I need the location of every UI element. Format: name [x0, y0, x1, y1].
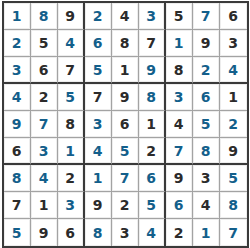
sudoku-cell-r7c6[interactable]: 6	[139, 165, 166, 192]
sudoku-cell-r3c1[interactable]: 3	[4, 57, 31, 84]
sudoku-cell-r8c7[interactable]: 6	[166, 192, 193, 219]
sudoku-cell-r4c5[interactable]: 9	[112, 84, 139, 111]
sudoku-cell-r9c3[interactable]: 6	[58, 219, 85, 246]
sudoku-cell-r8c1[interactable]: 7	[4, 192, 31, 219]
sudoku-cell-r8c9[interactable]: 8	[220, 192, 247, 219]
sudoku-cell-r7c7[interactable]: 9	[166, 165, 193, 192]
sudoku-cell-r6c8[interactable]: 8	[193, 138, 220, 165]
sudoku-cell-r6c7[interactable]: 7	[166, 138, 193, 165]
sudoku-cell-r8c8[interactable]: 4	[193, 192, 220, 219]
sudoku-cell-r6c6[interactable]: 2	[139, 138, 166, 165]
sudoku-cell-r7c1[interactable]: 8	[4, 165, 31, 192]
sudoku-cell-r6c3[interactable]: 1	[58, 138, 85, 165]
sudoku-cell-r4c1[interactable]: 4	[4, 84, 31, 111]
sudoku-cell-r6c4[interactable]: 4	[85, 138, 112, 165]
sudoku-cell-r1c3[interactable]: 9	[58, 3, 85, 30]
sudoku-cell-r7c5[interactable]: 7	[112, 165, 139, 192]
sudoku-cell-r2c2[interactable]: 5	[31, 30, 58, 57]
sudoku-cell-r7c2[interactable]: 4	[31, 165, 58, 192]
sudoku-cell-r3c4[interactable]: 5	[85, 57, 112, 84]
sudoku-cell-r1c8[interactable]: 7	[193, 3, 220, 30]
sudoku-cell-r4c7[interactable]: 3	[166, 84, 193, 111]
sudoku-cell-r2c9[interactable]: 3	[220, 30, 247, 57]
sudoku-cell-r9c1[interactable]: 5	[4, 219, 31, 246]
sudoku-cell-r7c9[interactable]: 5	[220, 165, 247, 192]
sudoku-cell-r4c2[interactable]: 2	[31, 84, 58, 111]
sudoku-cell-r2c5[interactable]: 8	[112, 30, 139, 57]
sudoku-page: 1892435762546871933675198244257983619783…	[0, 0, 250, 248]
sudoku-cell-r5c7[interactable]: 4	[166, 111, 193, 138]
sudoku-cell-r5c9[interactable]: 2	[220, 111, 247, 138]
sudoku-board: 1892435762546871933675198244257983619783…	[2, 1, 249, 248]
sudoku-cell-r2c7[interactable]: 1	[166, 30, 193, 57]
sudoku-cell-r5c6[interactable]: 1	[139, 111, 166, 138]
sudoku-cell-r1c6[interactable]: 3	[139, 3, 166, 30]
sudoku-cell-r4c6[interactable]: 8	[139, 84, 166, 111]
sudoku-cell-r1c2[interactable]: 8	[31, 3, 58, 30]
sudoku-cell-r8c4[interactable]: 9	[85, 192, 112, 219]
sudoku-cell-r8c3[interactable]: 3	[58, 192, 85, 219]
sudoku-cell-r1c1[interactable]: 1	[4, 3, 31, 30]
sudoku-cell-r8c2[interactable]: 1	[31, 192, 58, 219]
sudoku-cell-r9c8[interactable]: 1	[193, 219, 220, 246]
sudoku-cell-r5c5[interactable]: 6	[112, 111, 139, 138]
sudoku-cell-r1c9[interactable]: 6	[220, 3, 247, 30]
sudoku-cell-r2c4[interactable]: 6	[85, 30, 112, 57]
sudoku-cell-r6c9[interactable]: 9	[220, 138, 247, 165]
sudoku-cell-r1c4[interactable]: 2	[85, 3, 112, 30]
sudoku-cell-r6c5[interactable]: 5	[112, 138, 139, 165]
sudoku-cell-r9c4[interactable]: 8	[85, 219, 112, 246]
sudoku-cell-r7c3[interactable]: 2	[58, 165, 85, 192]
sudoku-cell-r4c3[interactable]: 5	[58, 84, 85, 111]
sudoku-cell-r9c2[interactable]: 9	[31, 219, 58, 246]
sudoku-cell-r9c5[interactable]: 3	[112, 219, 139, 246]
sudoku-cell-r5c8[interactable]: 5	[193, 111, 220, 138]
sudoku-cell-r3c6[interactable]: 9	[139, 57, 166, 84]
sudoku-cell-r7c8[interactable]: 3	[193, 165, 220, 192]
sudoku-cell-r3c8[interactable]: 2	[193, 57, 220, 84]
sudoku-cell-r3c9[interactable]: 4	[220, 57, 247, 84]
sudoku-cell-r3c3[interactable]: 7	[58, 57, 85, 84]
sudoku-cell-r4c4[interactable]: 7	[85, 84, 112, 111]
sudoku-cell-r6c2[interactable]: 3	[31, 138, 58, 165]
sudoku-cell-r3c2[interactable]: 6	[31, 57, 58, 84]
sudoku-cell-r9c7[interactable]: 2	[166, 219, 193, 246]
sudoku-cell-r5c4[interactable]: 3	[85, 111, 112, 138]
sudoku-cell-r4c9[interactable]: 1	[220, 84, 247, 111]
sudoku-cell-r5c1[interactable]: 9	[4, 111, 31, 138]
sudoku-cell-r3c5[interactable]: 1	[112, 57, 139, 84]
sudoku-cell-r9c6[interactable]: 4	[139, 219, 166, 246]
sudoku-cell-r5c3[interactable]: 8	[58, 111, 85, 138]
sudoku-cell-r5c2[interactable]: 7	[31, 111, 58, 138]
sudoku-cell-r7c4[interactable]: 1	[85, 165, 112, 192]
sudoku-cell-r8c5[interactable]: 2	[112, 192, 139, 219]
sudoku-cell-r1c5[interactable]: 4	[112, 3, 139, 30]
sudoku-cell-r3c7[interactable]: 8	[166, 57, 193, 84]
sudoku-cell-r1c7[interactable]: 5	[166, 3, 193, 30]
sudoku-cell-r8c6[interactable]: 5	[139, 192, 166, 219]
sudoku-cell-r4c8[interactable]: 6	[193, 84, 220, 111]
sudoku-cell-r9c9[interactable]: 7	[220, 219, 247, 246]
sudoku-cell-r2c6[interactable]: 7	[139, 30, 166, 57]
sudoku-cell-r2c1[interactable]: 2	[4, 30, 31, 57]
sudoku-cell-r6c1[interactable]: 6	[4, 138, 31, 165]
sudoku-cell-r2c3[interactable]: 4	[58, 30, 85, 57]
sudoku-cell-r2c8[interactable]: 9	[193, 30, 220, 57]
